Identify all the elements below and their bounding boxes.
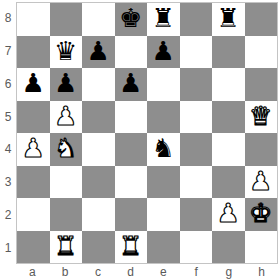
rank-labels: 87654321 [0, 2, 16, 264]
square-e6[interactable] [147, 68, 180, 101]
square-h8[interactable] [245, 3, 278, 36]
piece-white-pawn[interactable]: ♟ [217, 200, 240, 226]
square-g3[interactable] [212, 166, 245, 199]
piece-black-pawn[interactable]: ♟ [87, 38, 110, 64]
square-c4[interactable] [82, 133, 115, 166]
square-g6[interactable] [212, 68, 245, 101]
piece-black-pawn[interactable]: ♟ [119, 70, 142, 96]
piece-black-pawn[interactable]: ♟ [54, 70, 77, 96]
file-label-c: c [82, 264, 115, 280]
square-f1[interactable] [180, 231, 213, 264]
square-d5[interactable] [115, 101, 148, 134]
rank-label-5: 5 [0, 100, 16, 133]
square-d7[interactable] [115, 36, 148, 69]
square-b8[interactable] [50, 3, 83, 36]
square-h5[interactable]: ♛ [245, 101, 278, 134]
rank-label-7: 7 [0, 35, 16, 68]
square-b1[interactable]: ♜ [50, 231, 83, 264]
file-label-g: g [213, 264, 246, 280]
file-label-e: e [147, 264, 180, 280]
file-label-a: a [16, 264, 49, 280]
square-d3[interactable] [115, 166, 148, 199]
square-f5[interactable] [180, 101, 213, 134]
piece-white-pawn[interactable]: ♟ [54, 103, 77, 129]
square-g8[interactable]: ♜ [212, 3, 245, 36]
square-h3[interactable]: ♟ [245, 166, 278, 199]
square-b2[interactable] [50, 198, 83, 231]
square-d4[interactable] [115, 133, 148, 166]
square-d2[interactable] [115, 198, 148, 231]
square-a2[interactable] [17, 198, 50, 231]
square-a7[interactable] [17, 36, 50, 69]
square-b6[interactable]: ♟ [50, 68, 83, 101]
file-label-f: f [180, 264, 213, 280]
square-c6[interactable] [82, 68, 115, 101]
square-e4[interactable]: ♞ [147, 133, 180, 166]
square-f7[interactable] [180, 36, 213, 69]
square-f3[interactable] [180, 166, 213, 199]
square-g1[interactable] [212, 231, 245, 264]
piece-white-rook[interactable]: ♜ [119, 233, 142, 259]
square-a6[interactable]: ♟ [17, 68, 50, 101]
piece-black-queen[interactable]: ♛ [54, 38, 77, 64]
square-e8[interactable]: ♜ [147, 3, 180, 36]
rank-label-8: 8 [0, 2, 16, 35]
square-a4[interactable]: ♟ [17, 133, 50, 166]
square-h2[interactable]: ♚ [245, 198, 278, 231]
piece-black-rook[interactable]: ♜ [152, 5, 175, 31]
square-f4[interactable] [180, 133, 213, 166]
square-a3[interactable] [17, 166, 50, 199]
square-b4[interactable]: ♞ [50, 133, 83, 166]
square-a1[interactable] [17, 231, 50, 264]
square-e7[interactable]: ♟ [147, 36, 180, 69]
square-c7[interactable]: ♟ [82, 36, 115, 69]
square-e1[interactable] [147, 231, 180, 264]
piece-black-pawn[interactable]: ♟ [152, 38, 175, 64]
chess-board: ♚♜♜♛♟♟♟♟♟♟♛♟♞♞♟♟♚♜♜ [16, 2, 278, 264]
piece-white-queen[interactable]: ♛ [249, 103, 272, 129]
square-d8[interactable]: ♚ [115, 3, 148, 36]
square-c1[interactable] [82, 231, 115, 264]
square-h7[interactable] [245, 36, 278, 69]
piece-black-pawn[interactable]: ♟ [22, 70, 45, 96]
rank-label-4: 4 [0, 133, 16, 166]
rank-label-1: 1 [0, 231, 16, 264]
rank-label-2: 2 [0, 199, 16, 232]
piece-black-knight[interactable]: ♞ [152, 135, 175, 161]
piece-white-king[interactable]: ♚ [249, 200, 272, 226]
file-label-b: b [49, 264, 82, 280]
square-f2[interactable] [180, 198, 213, 231]
piece-black-king[interactable]: ♚ [119, 5, 142, 31]
square-g7[interactable] [212, 36, 245, 69]
square-e5[interactable] [147, 101, 180, 134]
rank-label-3: 3 [0, 166, 16, 199]
file-label-h: h [245, 264, 278, 280]
square-g2[interactable]: ♟ [212, 198, 245, 231]
piece-black-rook[interactable]: ♜ [217, 5, 240, 31]
square-c3[interactable] [82, 166, 115, 199]
square-c2[interactable] [82, 198, 115, 231]
square-h1[interactable] [245, 231, 278, 264]
file-labels: abcdefgh [16, 264, 278, 280]
square-d1[interactable]: ♜ [115, 231, 148, 264]
square-g5[interactable] [212, 101, 245, 134]
piece-white-rook[interactable]: ♜ [54, 233, 77, 259]
square-c8[interactable] [82, 3, 115, 36]
piece-white-pawn[interactable]: ♟ [22, 135, 45, 161]
piece-white-pawn[interactable]: ♟ [249, 168, 272, 194]
square-f6[interactable] [180, 68, 213, 101]
square-c5[interactable] [82, 101, 115, 134]
square-a5[interactable] [17, 101, 50, 134]
square-h4[interactable] [245, 133, 278, 166]
piece-white-knight[interactable]: ♞ [54, 135, 77, 161]
chess-board-diagram: 87654321 ♚♜♜♛♟♟♟♟♟♟♛♟♞♞♟♟♚♜♜ abcdefgh [0, 0, 280, 280]
square-b7[interactable]: ♛ [50, 36, 83, 69]
square-b5[interactable]: ♟ [50, 101, 83, 134]
square-a8[interactable] [17, 3, 50, 36]
square-e3[interactable] [147, 166, 180, 199]
square-f8[interactable] [180, 3, 213, 36]
square-b3[interactable] [50, 166, 83, 199]
square-h6[interactable] [245, 68, 278, 101]
square-g4[interactable] [212, 133, 245, 166]
square-e2[interactable] [147, 198, 180, 231]
file-label-d: d [114, 264, 147, 280]
square-d6[interactable]: ♟ [115, 68, 148, 101]
rank-label-6: 6 [0, 68, 16, 101]
